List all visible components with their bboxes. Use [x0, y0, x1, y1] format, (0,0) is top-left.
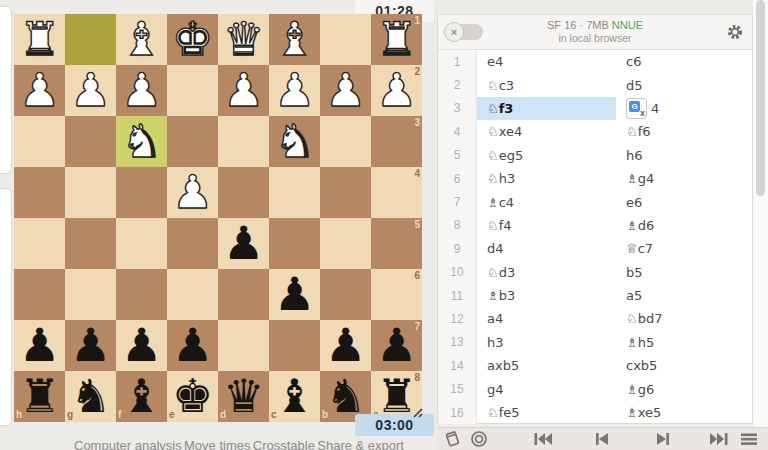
- coord-rank-8: 8: [414, 373, 420, 383]
- move-black[interactable]: ♗g4: [616, 167, 752, 190]
- move-black[interactable]: Gx4: [616, 97, 752, 120]
- move-number: 9: [438, 237, 477, 260]
- white-rook[interactable]: ♜: [19, 14, 60, 65]
- left-panel-bottom-edge: [0, 188, 12, 426]
- square-e5[interactable]: [167, 218, 218, 269]
- coord-file-f: f: [118, 410, 121, 420]
- move-black[interactable]: c6: [616, 50, 752, 73]
- move-row: 1e4c6: [438, 50, 752, 73]
- move-row: 12a4♘bd7: [438, 307, 752, 330]
- engine-toggle[interactable]: ×: [446, 24, 483, 40]
- move-row: 8♘f4♗d6: [438, 214, 752, 237]
- coord-file-g: g: [67, 410, 73, 420]
- move-row: 5♘eg5h6: [438, 144, 752, 167]
- square-h7[interactable]: ♟: [14, 320, 65, 371]
- tab-computer-analysis[interactable]: Computer analysis: [74, 438, 182, 450]
- first-move-icon[interactable]: [533, 431, 553, 447]
- square-e3[interactable]: [167, 116, 218, 167]
- left-panel-top-edge: [0, 6, 12, 174]
- square-g3[interactable]: [65, 116, 116, 167]
- square-b3[interactable]: [320, 116, 371, 167]
- move-white[interactable]: a4: [477, 307, 616, 330]
- square-b5[interactable]: [320, 218, 371, 269]
- practice-icon[interactable]: [470, 430, 488, 448]
- move-white[interactable]: ♘fe5: [477, 401, 616, 424]
- square-h6[interactable]: [14, 269, 65, 320]
- square-f8[interactable]: ♝f: [116, 371, 167, 422]
- move-number: 3: [438, 97, 477, 120]
- square-e6[interactable]: [167, 269, 218, 320]
- square-h1[interactable]: ♜: [14, 14, 65, 65]
- black-pawn[interactable]: ♟: [172, 320, 213, 371]
- square-f2[interactable]: ♟: [116, 65, 167, 116]
- gear-icon[interactable]: [726, 23, 744, 41]
- square-f4[interactable]: [116, 167, 167, 218]
- square-f7[interactable]: ♟: [116, 320, 167, 371]
- square-d6[interactable]: [218, 269, 269, 320]
- coord-rank-6: 6: [414, 271, 420, 281]
- square-h3[interactable]: [14, 116, 65, 167]
- move-row: 3♘f3Gx4: [438, 97, 752, 120]
- square-b4[interactable]: [320, 167, 371, 218]
- move-white[interactable]: ♘eg5: [477, 144, 616, 167]
- move-number: 7: [438, 190, 477, 213]
- board-resize-handle[interactable]: [408, 403, 424, 419]
- move-number: 14: [438, 354, 477, 377]
- white-pawn[interactable]: ♟: [172, 167, 213, 218]
- move-row: 6♘h3♗g4: [438, 167, 752, 190]
- square-d2[interactable]: ♟: [218, 65, 269, 116]
- square-a3[interactable]: 3: [371, 116, 422, 167]
- square-a5[interactable]: 5: [371, 218, 422, 269]
- white-knight[interactable]: ♞: [121, 116, 162, 167]
- white-knight[interactable]: ♞: [274, 116, 315, 167]
- move-white[interactable]: ♘f4: [477, 214, 616, 237]
- square-f5[interactable]: [116, 218, 167, 269]
- square-f1[interactable]: ♝: [116, 14, 167, 65]
- square-a4[interactable]: 4: [371, 167, 422, 218]
- move-row: 4♘xe4♘f6: [438, 120, 752, 143]
- previous-move-icon[interactable]: [593, 431, 611, 447]
- analysis-controls-bar: [437, 427, 768, 450]
- move-number: 4: [438, 120, 477, 143]
- square-b6[interactable]: [320, 269, 371, 320]
- move-black[interactable]: cxb5: [616, 354, 752, 377]
- square-c4[interactable]: [269, 167, 320, 218]
- nnue-badge: NNUE: [612, 19, 643, 31]
- black-pawn[interactable]: ♟: [376, 320, 417, 371]
- move-black[interactable]: ♘f6: [616, 120, 752, 143]
- black-queen[interactable]: ♛: [223, 371, 264, 422]
- move-black[interactable]: ♗xe5: [616, 401, 752, 424]
- move-white[interactable]: ♘f3: [477, 97, 616, 120]
- square-b7[interactable]: ♟: [320, 320, 371, 371]
- coord-rank-2: 2: [414, 67, 420, 77]
- move-black[interactable]: a5: [616, 284, 752, 307]
- white-pawn[interactable]: ♟: [325, 65, 366, 116]
- move-white[interactable]: d4: [477, 237, 616, 260]
- move-row: 16♘fe5♗xe5: [438, 401, 752, 424]
- move-number: 5: [438, 144, 477, 167]
- move-row: 7♗c4e6: [438, 190, 752, 213]
- move-white[interactable]: ♗c4: [477, 190, 616, 213]
- move-black[interactable]: b5: [616, 261, 752, 284]
- white-pawn[interactable]: ♟: [70, 65, 111, 116]
- move-number: 13: [438, 331, 477, 354]
- square-d1[interactable]: ♛: [218, 14, 269, 65]
- black-pawn[interactable]: ♟: [223, 218, 264, 269]
- move-black[interactable]: e6: [616, 190, 752, 213]
- move-black[interactable]: ♗h5: [616, 331, 752, 354]
- square-f3[interactable]: ♞: [116, 116, 167, 167]
- move-number: 11: [438, 284, 477, 307]
- square-a7[interactable]: ♟7: [371, 320, 422, 371]
- white-pawn[interactable]: ♟: [274, 65, 315, 116]
- coord-rank-7: 7: [414, 322, 420, 332]
- move-white[interactable]: h3: [477, 331, 616, 354]
- move-white[interactable]: ♘d3: [477, 261, 616, 284]
- move-row: 14axb5cxb5: [438, 354, 752, 377]
- square-e7[interactable]: ♟: [167, 320, 218, 371]
- engine-info: SF 16 · 7MB NNUE in local browser: [547, 18, 643, 46]
- square-c5[interactable]: [269, 218, 320, 269]
- square-c2[interactable]: ♟: [269, 65, 320, 116]
- move-white[interactable]: ♗b3: [477, 284, 616, 307]
- coord-rank-4: 4: [414, 169, 420, 179]
- engine-toggle-knob[interactable]: ×: [444, 22, 464, 42]
- last-move-icon[interactable]: [709, 431, 729, 447]
- square-a6[interactable]: 6: [371, 269, 422, 320]
- square-c1[interactable]: ♝: [269, 14, 320, 65]
- move-white[interactable]: ♘xe4: [477, 120, 616, 143]
- move-row: 9d4♕c7: [438, 237, 752, 260]
- square-f6[interactable]: [116, 269, 167, 320]
- move-row: 15g4♗g6: [438, 377, 752, 400]
- move-white[interactable]: axb5: [477, 354, 616, 377]
- move-number: 10: [438, 261, 477, 284]
- square-g6[interactable]: [65, 269, 116, 320]
- square-h8[interactable]: ♜h: [14, 371, 65, 422]
- book-icon[interactable]: [443, 430, 461, 448]
- square-h2[interactable]: ♟: [14, 65, 65, 116]
- square-d8[interactable]: ♛d: [218, 371, 269, 422]
- black-bishop[interactable]: ♝: [121, 371, 162, 422]
- square-a2[interactable]: ♟2: [371, 65, 422, 116]
- black-pawn[interactable]: ♟: [121, 320, 162, 371]
- black-knight[interactable]: ♞: [70, 371, 111, 422]
- black-king[interactable]: ♚: [172, 371, 213, 422]
- black-bishop[interactable]: ♝: [274, 371, 315, 422]
- google-translate-icon[interactable]: Gx: [626, 98, 647, 119]
- move-white[interactable]: ♘c3: [477, 73, 616, 96]
- white-pawn[interactable]: ♟: [223, 65, 264, 116]
- move-number: 15: [438, 377, 477, 400]
- move-number: 16: [438, 401, 477, 424]
- tab-share-export[interactable]: Share & export: [317, 438, 404, 450]
- square-c8[interactable]: ♝c: [269, 371, 320, 422]
- square-e2[interactable]: [167, 65, 218, 116]
- white-rook[interactable]: ♜: [376, 14, 417, 65]
- coord-file-h: h: [16, 410, 22, 420]
- move-black[interactable]: ♗d6: [616, 214, 752, 237]
- square-b2[interactable]: ♟: [320, 65, 371, 116]
- white-bishop[interactable]: ♝: [274, 14, 315, 65]
- square-h5[interactable]: [14, 218, 65, 269]
- menu-icon[interactable]: [740, 431, 758, 447]
- square-d5[interactable]: ♟: [218, 218, 269, 269]
- black-pawn[interactable]: ♟: [70, 320, 111, 371]
- move-white[interactable]: g4: [477, 377, 616, 400]
- square-h4[interactable]: [14, 167, 65, 218]
- square-c6[interactable]: ♟: [269, 269, 320, 320]
- square-d7[interactable]: [218, 320, 269, 371]
- coord-rank-1: 1: [414, 16, 420, 26]
- square-g7[interactable]: ♟: [65, 320, 116, 371]
- move-row: 13h3♗h5: [438, 331, 752, 354]
- square-g4[interactable]: [65, 167, 116, 218]
- scrollbar-thumb[interactable]: [756, 0, 765, 196]
- square-e8[interactable]: ♚e: [167, 371, 218, 422]
- square-g1[interactable]: [65, 14, 116, 65]
- square-g8[interactable]: ♞g: [65, 371, 116, 422]
- move-number: 12: [438, 307, 477, 330]
- move-number: 8: [438, 214, 477, 237]
- white-bishop[interactable]: ♝: [121, 14, 162, 65]
- move-number: 6: [438, 167, 477, 190]
- move-black[interactable]: d5: [616, 73, 752, 96]
- square-e1[interactable]: ♚: [167, 14, 218, 65]
- coord-file-e: e: [169, 410, 175, 420]
- move-black[interactable]: ♕c7: [616, 237, 752, 260]
- black-pawn[interactable]: ♟: [19, 320, 60, 371]
- move-number: 2: [438, 73, 477, 96]
- analysis-panel: × SF 16 · 7MB NNUE in local browser 1e4c…: [437, 14, 753, 424]
- engine-header: × SF 16 · 7MB NNUE in local browser: [438, 15, 752, 50]
- square-b1[interactable]: [320, 14, 371, 65]
- move-white[interactable]: ♘h3: [477, 167, 616, 190]
- square-c3[interactable]: ♞: [269, 116, 320, 167]
- coord-rank-5: 5: [414, 220, 420, 230]
- square-g5[interactable]: [65, 218, 116, 269]
- move-row: 11♗b3a5: [438, 284, 752, 307]
- move-row: 2♘c3d5: [438, 73, 752, 96]
- tab-move-times[interactable]: Move times: [184, 438, 250, 450]
- square-d4[interactable]: [218, 167, 269, 218]
- square-a1[interactable]: ♜1: [371, 14, 422, 65]
- move-number: 1: [438, 50, 477, 73]
- square-d3[interactable]: [218, 116, 269, 167]
- white-queen[interactable]: ♛: [223, 14, 264, 65]
- coord-file-b: b: [322, 410, 328, 420]
- next-move-icon[interactable]: [654, 431, 672, 447]
- tab-crosstable[interactable]: Crosstable: [253, 438, 315, 450]
- move-row: 10♘d3b5: [438, 261, 752, 284]
- square-e4[interactable]: ♟: [167, 167, 218, 218]
- move-black[interactable]: h6: [616, 144, 752, 167]
- black-rook[interactable]: ♜: [19, 371, 60, 422]
- underboard-tabs: Computer analysis Move times Crosstable …: [14, 438, 434, 450]
- white-pawn[interactable]: ♟: [121, 65, 162, 116]
- coord-rank-3: 3: [414, 118, 420, 128]
- square-c7[interactable]: [269, 320, 320, 371]
- coord-file-d: d: [220, 410, 226, 420]
- move-white[interactable]: e4: [477, 50, 616, 73]
- square-g2[interactable]: ♟: [65, 65, 116, 116]
- board[interactable]: ♜♝♚♛♝♜1♟♟♟♟♟♟♟2♞♞3♟4♟5♟6♟♟♟♟♟♟7♜h♞g♝f♚e♛…: [14, 14, 422, 422]
- black-pawn[interactable]: ♟: [274, 269, 315, 320]
- black-pawn[interactable]: ♟: [325, 320, 366, 371]
- coord-file-c: c: [271, 410, 277, 420]
- move-black[interactable]: ♗g6: [616, 377, 752, 400]
- white-pawn[interactable]: ♟: [19, 65, 60, 116]
- white-king[interactable]: ♚: [172, 14, 213, 65]
- move-list: 1e4c62♘c3d53♘f3Gx44♘xe4♘f65♘eg5h66♘h3♗g4…: [438, 50, 752, 425]
- white-pawn[interactable]: ♟: [376, 65, 417, 116]
- move-black[interactable]: ♘bd7: [616, 307, 752, 330]
